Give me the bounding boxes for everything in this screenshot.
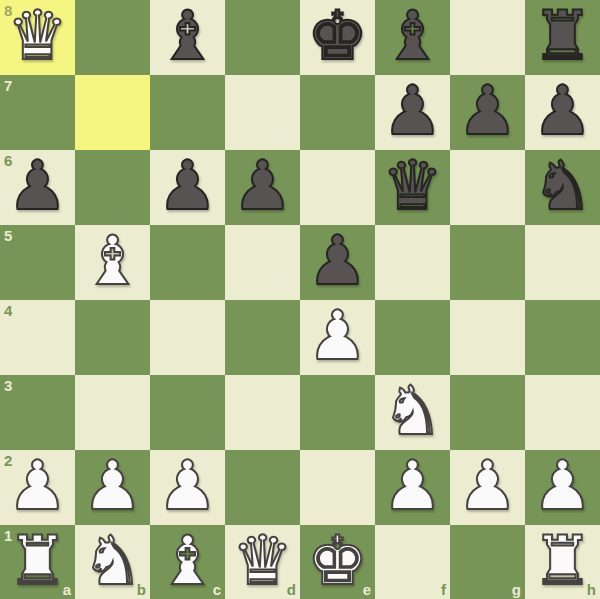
square-c4[interactable] [150, 300, 225, 375]
black-pawn-piece[interactable]: ♟ [307, 223, 368, 298]
square-g7[interactable]: ♟ [450, 75, 525, 150]
square-b4[interactable] [75, 300, 150, 375]
white-queen-piece[interactable]: ♛ [7, 0, 68, 73]
white-pawn-piece[interactable]: ♟ [382, 448, 443, 523]
square-b2[interactable]: ♟ [75, 450, 150, 525]
square-c6[interactable]: ♟ [150, 150, 225, 225]
square-e1[interactable]: e♚ [300, 525, 375, 599]
square-g4[interactable] [450, 300, 525, 375]
square-e2[interactable] [300, 450, 375, 525]
square-g5[interactable] [450, 225, 525, 300]
black-king-piece[interactable]: ♚ [307, 0, 368, 73]
square-b3[interactable] [75, 375, 150, 450]
white-knight-piece[interactable]: ♞ [382, 373, 443, 448]
square-b1[interactable]: b♞ [75, 525, 150, 599]
square-f1[interactable]: f [375, 525, 450, 599]
square-a2[interactable]: 2♟ [0, 450, 75, 525]
square-a6[interactable]: 6♟ [0, 150, 75, 225]
square-c3[interactable] [150, 375, 225, 450]
square-e4[interactable]: ♟ [300, 300, 375, 375]
white-pawn-piece[interactable]: ♟ [457, 448, 518, 523]
square-h6[interactable]: ♞ [525, 150, 600, 225]
white-bishop-piece[interactable]: ♝ [157, 523, 218, 598]
square-a5[interactable]: 5 [0, 225, 75, 300]
black-pawn-piece[interactable]: ♟ [157, 148, 218, 223]
square-h4[interactable] [525, 300, 600, 375]
square-f3[interactable]: ♞ [375, 375, 450, 450]
file-label-g: g [512, 582, 521, 597]
square-h7[interactable]: ♟ [525, 75, 600, 150]
square-h8[interactable]: ♜ [525, 0, 600, 75]
square-f6[interactable]: ♛ [375, 150, 450, 225]
rank-label-3: 3 [4, 378, 12, 393]
square-f2[interactable]: ♟ [375, 450, 450, 525]
white-pawn-piece[interactable]: ♟ [157, 448, 218, 523]
black-pawn-piece[interactable]: ♟ [382, 73, 443, 148]
square-b6[interactable] [75, 150, 150, 225]
square-f7[interactable]: ♟ [375, 75, 450, 150]
black-pawn-piece[interactable]: ♟ [457, 73, 518, 148]
square-h3[interactable] [525, 375, 600, 450]
rank-label-7: 7 [4, 78, 12, 93]
square-a7[interactable]: 7 [0, 75, 75, 150]
file-label-f: f [441, 582, 446, 597]
black-queen-piece[interactable]: ♛ [382, 148, 443, 223]
square-b8[interactable] [75, 0, 150, 75]
rank-label-4: 4 [4, 303, 12, 318]
black-bishop-piece[interactable]: ♝ [157, 0, 218, 73]
square-h2[interactable]: ♟ [525, 450, 600, 525]
white-rook-piece[interactable]: ♜ [532, 523, 593, 598]
square-h5[interactable] [525, 225, 600, 300]
white-rook-piece[interactable]: ♜ [7, 523, 68, 598]
square-d3[interactable] [225, 375, 300, 450]
square-f5[interactable] [375, 225, 450, 300]
square-h1[interactable]: h♜ [525, 525, 600, 599]
square-a4[interactable]: 4 [0, 300, 75, 375]
square-a8[interactable]: 8♛ [0, 0, 75, 75]
square-g1[interactable]: g [450, 525, 525, 599]
square-d7[interactable] [225, 75, 300, 150]
square-d6[interactable]: ♟ [225, 150, 300, 225]
black-bishop-piece[interactable]: ♝ [382, 0, 443, 73]
square-c7[interactable] [150, 75, 225, 150]
square-g3[interactable] [450, 375, 525, 450]
square-d5[interactable] [225, 225, 300, 300]
white-pawn-piece[interactable]: ♟ [307, 298, 368, 373]
white-pawn-piece[interactable]: ♟ [7, 448, 68, 523]
square-e8[interactable]: ♚ [300, 0, 375, 75]
square-g6[interactable] [450, 150, 525, 225]
square-e7[interactable] [300, 75, 375, 150]
square-d4[interactable] [225, 300, 300, 375]
square-f8[interactable]: ♝ [375, 0, 450, 75]
white-pawn-piece[interactable]: ♟ [82, 448, 143, 523]
black-pawn-piece[interactable]: ♟ [532, 73, 593, 148]
square-b7[interactable] [75, 75, 150, 150]
black-pawn-piece[interactable]: ♟ [7, 148, 68, 223]
black-rook-piece[interactable]: ♜ [532, 0, 593, 73]
square-d8[interactable] [225, 0, 300, 75]
square-e6[interactable] [300, 150, 375, 225]
black-pawn-piece[interactable]: ♟ [232, 148, 293, 223]
white-king-piece[interactable]: ♚ [307, 523, 368, 598]
square-b5[interactable]: ♝ [75, 225, 150, 300]
square-c8[interactable]: ♝ [150, 0, 225, 75]
black-knight-piece[interactable]: ♞ [532, 148, 593, 223]
square-c2[interactable]: ♟ [150, 450, 225, 525]
square-a3[interactable]: 3 [0, 375, 75, 450]
square-e3[interactable] [300, 375, 375, 450]
square-d2[interactable] [225, 450, 300, 525]
square-c1[interactable]: c♝ [150, 525, 225, 599]
square-f4[interactable] [375, 300, 450, 375]
square-a1[interactable]: 1a♜ [0, 525, 75, 599]
white-knight-piece[interactable]: ♞ [82, 523, 143, 598]
square-g2[interactable]: ♟ [450, 450, 525, 525]
square-e5[interactable]: ♟ [300, 225, 375, 300]
white-queen-piece[interactable]: ♛ [232, 523, 293, 598]
rank-label-5: 5 [4, 228, 12, 243]
square-g8[interactable] [450, 0, 525, 75]
square-c5[interactable] [150, 225, 225, 300]
chess-board: 8♛♝♚♝♜7♟♟♟6♟♟♟♛♞5♝♟4♟3♞2♟♟♟♟♟♟1a♜b♞c♝d♛e… [0, 0, 600, 599]
white-bishop-piece[interactable]: ♝ [82, 223, 143, 298]
square-d1[interactable]: d♛ [225, 525, 300, 599]
white-pawn-piece[interactable]: ♟ [532, 448, 593, 523]
